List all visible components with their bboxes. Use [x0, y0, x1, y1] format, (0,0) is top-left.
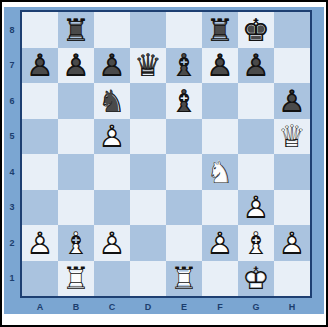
piece-black-bishop-e7[interactable]: ♝♗ [167, 48, 201, 82]
black-pawn-contour: ♙ [203, 48, 237, 82]
square-h3[interactable] [274, 190, 310, 226]
square-e4[interactable] [166, 154, 202, 190]
square-b6[interactable] [58, 83, 94, 119]
square-g5[interactable] [238, 119, 274, 155]
black-bishop-contour: ♗ [167, 84, 201, 118]
square-d4[interactable] [130, 154, 166, 190]
square-h1[interactable] [274, 261, 310, 297]
square-b7[interactable]: ♟♙ [58, 48, 94, 84]
black-knight-glyph: ♞ [95, 84, 129, 118]
square-e3[interactable] [166, 190, 202, 226]
square-f7[interactable]: ♟♙ [202, 48, 238, 84]
black-pawn-contour: ♙ [59, 48, 93, 82]
piece-white-king-g1[interactable]: ♚♔ [239, 261, 273, 295]
piece-white-bishop-g2[interactable]: ♝♗ [239, 226, 273, 260]
chess-board[interactable]: ♜♖♜♖♚♔♟♙♟♙♟♙♛♕♝♗♟♙♟♙♞♘♝♗♟♙♟♙♛♕♞♘♟♙♟♙♝♗♟♙… [20, 10, 312, 298]
file-label-a: A [22, 300, 58, 313]
rank-label-6: 6 [4, 83, 20, 119]
black-bishop-contour: ♗ [167, 48, 201, 82]
piece-white-queen-h5[interactable]: ♛♕ [275, 119, 309, 153]
square-d1[interactable] [130, 261, 166, 297]
file-label-d: D [130, 300, 166, 313]
square-c5[interactable]: ♟♙ [94, 119, 130, 155]
square-g6[interactable] [238, 83, 274, 119]
board-panel: 87654321 ♜♖♜♖♚♔♟♙♟♙♟♙♛♕♝♗♟♙♟♙♞♘♝♗♟♙♟♙♛♕♞… [4, 7, 324, 314]
piece-white-pawn-f2[interactable]: ♟♙ [203, 226, 237, 260]
square-d8[interactable] [130, 12, 166, 48]
square-f2[interactable]: ♟♙ [202, 225, 238, 261]
black-rook-contour: ♖ [203, 13, 237, 47]
square-e8[interactable] [166, 12, 202, 48]
square-h6[interactable]: ♟♙ [274, 83, 310, 119]
square-c4[interactable] [94, 154, 130, 190]
piece-black-pawn-c7[interactable]: ♟♙ [95, 48, 129, 82]
piece-white-pawn-h2[interactable]: ♟♙ [275, 226, 309, 260]
white-bishop-contour: ♗ [239, 226, 273, 260]
white-queen-contour: ♕ [275, 119, 309, 153]
rank-label-8: 8 [4, 12, 20, 48]
white-pawn-glyph: ♟ [203, 226, 237, 260]
rank-label-4: 4 [4, 154, 20, 190]
file-label-c: C [94, 300, 130, 313]
square-c6[interactable]: ♞♘ [94, 83, 130, 119]
white-pawn-contour: ♙ [203, 226, 237, 260]
white-pawn-contour: ♙ [275, 226, 309, 260]
piece-black-king-g8[interactable]: ♚♔ [239, 13, 273, 47]
square-a3[interactable] [22, 190, 58, 226]
square-h7[interactable] [274, 48, 310, 84]
square-d5[interactable] [130, 119, 166, 155]
square-e1[interactable]: ♜♖ [166, 261, 202, 297]
square-d2[interactable] [130, 225, 166, 261]
white-queen-glyph: ♛ [275, 119, 309, 153]
white-pawn-glyph: ♟ [95, 226, 129, 260]
square-c7[interactable]: ♟♙ [94, 48, 130, 84]
black-pawn-glyph: ♟ [203, 48, 237, 82]
white-pawn-contour: ♙ [95, 119, 129, 153]
white-rook-glyph: ♜ [167, 261, 201, 295]
square-d3[interactable] [130, 190, 166, 226]
piece-white-pawn-g3[interactable]: ♟♙ [239, 190, 273, 224]
square-h4[interactable] [274, 154, 310, 190]
black-rook-glyph: ♜ [203, 13, 237, 47]
square-e7[interactable]: ♝♗ [166, 48, 202, 84]
piece-white-knight-f4[interactable]: ♞♘ [203, 155, 237, 189]
piece-black-bishop-e6[interactable]: ♝♗ [167, 84, 201, 118]
black-queen-glyph: ♛ [131, 48, 165, 82]
square-c8[interactable] [94, 12, 130, 48]
rank-label-7: 7 [4, 48, 20, 84]
square-a4[interactable] [22, 154, 58, 190]
white-pawn-glyph: ♟ [275, 226, 309, 260]
black-king-glyph: ♚ [239, 13, 273, 47]
square-f4[interactable]: ♞♘ [202, 154, 238, 190]
black-pawn-contour: ♙ [239, 48, 273, 82]
piece-black-pawn-f7[interactable]: ♟♙ [203, 48, 237, 82]
black-pawn-glyph: ♟ [275, 84, 309, 118]
square-g2[interactable]: ♝♗ [238, 225, 274, 261]
piece-white-bishop-b2[interactable]: ♝♗ [59, 226, 93, 260]
white-pawn-glyph: ♟ [239, 190, 273, 224]
square-b3[interactable] [58, 190, 94, 226]
black-rook-glyph: ♜ [59, 13, 93, 47]
piece-white-rook-b1[interactable]: ♜♖ [59, 261, 93, 295]
square-f3[interactable] [202, 190, 238, 226]
white-rook-contour: ♖ [167, 261, 201, 295]
piece-black-rook-f8[interactable]: ♜♖ [203, 13, 237, 47]
square-c3[interactable] [94, 190, 130, 226]
square-g1[interactable]: ♚♔ [238, 261, 274, 297]
diagram-frame: 87654321 ♜♖♜♖♚♔♟♙♟♙♟♙♛♕♝♗♟♙♟♙♞♘♝♗♟♙♟♙♛♕♞… [0, 0, 328, 327]
black-bishop-glyph: ♝ [167, 84, 201, 118]
square-g4[interactable] [238, 154, 274, 190]
piece-black-pawn-g7[interactable]: ♟♙ [239, 48, 273, 82]
piece-black-knight-c6[interactable]: ♞♘ [95, 84, 129, 118]
square-a8[interactable] [22, 12, 58, 48]
square-a2[interactable]: ♟♙ [22, 225, 58, 261]
white-king-glyph: ♚ [239, 261, 273, 295]
square-b2[interactable]: ♝♗ [58, 225, 94, 261]
rank-label-2: 2 [4, 225, 20, 261]
white-king-contour: ♔ [239, 261, 273, 295]
black-pawn-glyph: ♟ [95, 48, 129, 82]
file-label-e: E [166, 300, 202, 313]
white-bishop-glyph: ♝ [59, 226, 93, 260]
black-pawn-glyph: ♟ [59, 48, 93, 82]
piece-black-pawn-a7[interactable]: ♟♙ [23, 48, 57, 82]
square-b8[interactable]: ♜♖ [58, 12, 94, 48]
black-bishop-glyph: ♝ [167, 48, 201, 82]
square-d7[interactable]: ♛♕ [130, 48, 166, 84]
piece-white-pawn-c5[interactable]: ♟♙ [95, 119, 129, 153]
white-bishop-contour: ♗ [59, 226, 93, 260]
square-e2[interactable] [166, 225, 202, 261]
square-h2[interactable]: ♟♙ [274, 225, 310, 261]
black-knight-contour: ♘ [95, 84, 129, 118]
square-g8[interactable]: ♚♔ [238, 12, 274, 48]
black-rook-contour: ♖ [59, 13, 93, 47]
square-g3[interactable]: ♟♙ [238, 190, 274, 226]
white-pawn-contour: ♙ [239, 190, 273, 224]
black-pawn-contour: ♙ [23, 48, 57, 82]
file-labels: ABCDEFGH [22, 300, 318, 313]
square-c1[interactable] [94, 261, 130, 297]
piece-white-rook-e1[interactable]: ♜♖ [167, 261, 201, 295]
file-label-g: G [238, 300, 274, 313]
black-pawn-contour: ♙ [275, 84, 309, 118]
black-pawn-glyph: ♟ [239, 48, 273, 82]
square-f1[interactable] [202, 261, 238, 297]
piece-white-pawn-c2[interactable]: ♟♙ [95, 226, 129, 260]
square-e6[interactable]: ♝♗ [166, 83, 202, 119]
square-f5[interactable] [202, 119, 238, 155]
square-c2[interactable]: ♟♙ [94, 225, 130, 261]
square-e5[interactable] [166, 119, 202, 155]
square-a5[interactable] [22, 119, 58, 155]
square-a1[interactable] [22, 261, 58, 297]
black-queen-contour: ♕ [131, 48, 165, 82]
square-b1[interactable]: ♜♖ [58, 261, 94, 297]
piece-black-pawn-b7[interactable]: ♟♙ [59, 48, 93, 82]
square-f6[interactable] [202, 83, 238, 119]
rank-label-3: 3 [4, 190, 20, 226]
white-rook-glyph: ♜ [59, 261, 93, 295]
square-d6[interactable] [130, 83, 166, 119]
white-rook-contour: ♖ [59, 261, 93, 295]
square-h5[interactable]: ♛♕ [274, 119, 310, 155]
file-label-f: F [202, 300, 238, 313]
square-h8[interactable] [274, 12, 310, 48]
square-b5[interactable] [58, 119, 94, 155]
rank-label-1: 1 [4, 261, 20, 297]
square-b4[interactable] [58, 154, 94, 190]
white-bishop-glyph: ♝ [239, 226, 273, 260]
white-knight-glyph: ♞ [203, 155, 237, 189]
rank-labels: 87654321 [4, 10, 20, 300]
white-knight-contour: ♘ [203, 155, 237, 189]
file-label-b: B [58, 300, 94, 313]
square-a7[interactable]: ♟♙ [22, 48, 58, 84]
square-g7[interactable]: ♟♙ [238, 48, 274, 84]
white-pawn-contour: ♙ [95, 226, 129, 260]
square-f8[interactable]: ♜♖ [202, 12, 238, 48]
corner-spacer [4, 300, 20, 313]
piece-white-pawn-a2[interactable]: ♟♙ [23, 226, 57, 260]
white-pawn-glyph: ♟ [95, 119, 129, 153]
black-pawn-glyph: ♟ [23, 48, 57, 82]
piece-black-pawn-h6[interactable]: ♟♙ [275, 84, 309, 118]
black-pawn-contour: ♙ [95, 48, 129, 82]
white-pawn-glyph: ♟ [23, 226, 57, 260]
file-label-h: H [274, 300, 310, 313]
white-pawn-contour: ♙ [23, 226, 57, 260]
black-king-contour: ♔ [239, 13, 273, 47]
rank-label-5: 5 [4, 119, 20, 155]
piece-black-queen-d7[interactable]: ♛♕ [131, 48, 165, 82]
piece-black-rook-b8[interactable]: ♜♖ [59, 13, 93, 47]
square-a6[interactable] [22, 83, 58, 119]
